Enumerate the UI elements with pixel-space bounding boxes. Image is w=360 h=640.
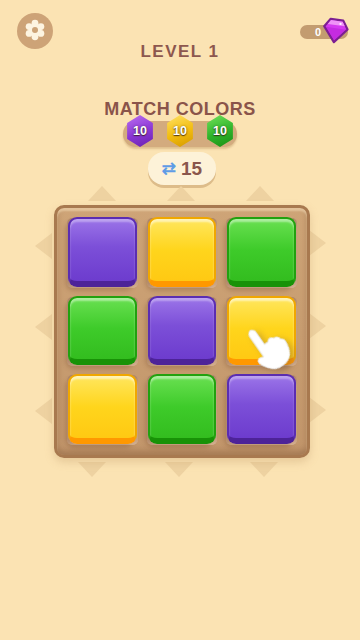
gear-icon [23,18,47,45]
goal-pill: 10 10 10 [123,121,237,147]
cell [67,375,138,445]
cell [147,375,218,445]
tile-r2c2[interactable] [148,296,217,366]
arrow-left-row2[interactable] [35,314,52,340]
tile-r3c3[interactable] [227,374,296,444]
cell [67,218,138,288]
goal-gem-yellow: 10 [166,115,194,147]
arrow-down-col2[interactable] [165,462,193,477]
tile-r2c1[interactable] [68,296,137,366]
arrow-left-row3[interactable] [35,398,52,424]
arrow-up-col3[interactable] [246,186,274,201]
swap-arrows-icon: ⇄ [162,160,176,177]
arrow-right-row2[interactable] [309,313,326,339]
tile-r1c1[interactable] [68,217,137,287]
board-grid [67,218,297,445]
arrow-right-row1[interactable] [309,230,326,256]
arrow-down-col1[interactable] [78,462,106,477]
game-screen: LEVEL 1 0 MATCH COLORS 10 10 10 ⇄ 15 [0,0,360,640]
cell [226,297,297,367]
tile-r3c2[interactable] [148,374,217,444]
tile-r1c2[interactable] [148,217,217,287]
arrow-right-row3[interactable] [309,397,326,423]
purple-gem-icon [321,16,350,45]
goal-gem-list: 10 10 10 [123,115,237,147]
tile-r3c1[interactable] [68,374,137,444]
moves-count-value: 15 [181,159,202,178]
goal-gem-green: 10 [206,115,234,147]
moves-counter: ⇄ 15 [148,152,216,185]
tile-r2c3[interactable] [227,296,296,366]
arrow-left-row1[interactable] [35,233,52,259]
cell [147,297,218,367]
cell [147,218,218,288]
tile-r1c3[interactable] [227,217,296,287]
game-board [54,205,310,458]
cell [226,218,297,288]
level-title: LEVEL 1 [0,42,360,62]
arrow-up-col2[interactable] [167,186,195,201]
goal-gem-purple: 10 [126,115,154,147]
cell [226,375,297,445]
arrow-up-col1[interactable] [88,186,116,201]
cell [67,297,138,367]
arrow-down-col3[interactable] [250,462,278,477]
